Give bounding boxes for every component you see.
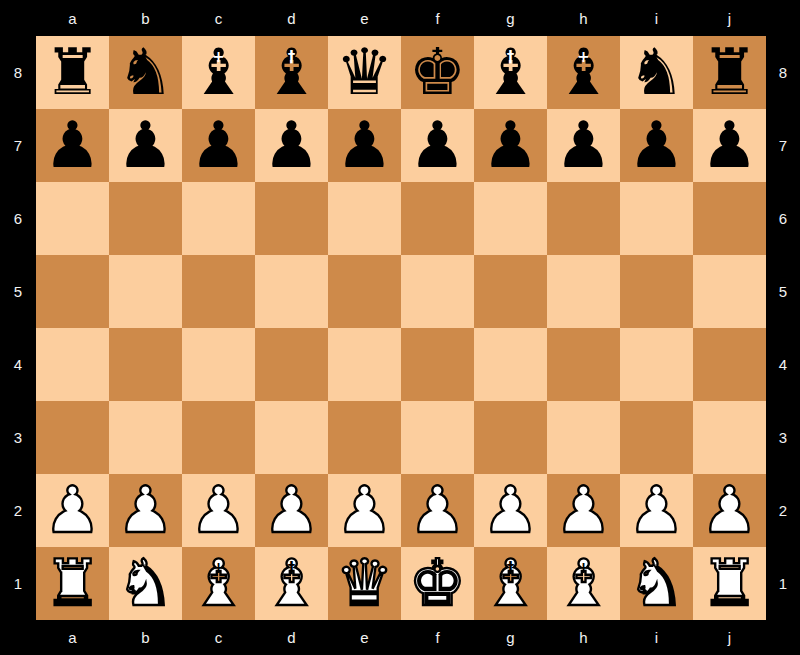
piece-black-knight: ♞ [628,40,685,104]
rank-label-1: 1 [0,547,36,620]
square-d6[interactable] [255,182,328,255]
square-g3[interactable] [474,401,547,474]
square-g7[interactable]: ♟ [474,109,547,182]
rank-label-1: 1 [766,547,800,620]
square-e2[interactable]: ♟ [328,474,401,547]
square-h1[interactable]: ♝+ [547,547,620,620]
square-f2[interactable]: ♟ [401,474,474,547]
square-i8[interactable]: ♞ [620,36,693,109]
square-h8[interactable]: ♝+ [547,36,620,109]
file-label-h: h [547,0,620,36]
piece-white-bishop-alt: ♝ [263,551,320,615]
rank-label-3: 3 [766,401,800,474]
rank-label-7: 7 [0,109,36,182]
piece-white-pawn: ♟ [263,478,320,542]
file-label-i: i [620,620,693,655]
square-b4[interactable] [109,328,182,401]
piece-black-pawn: ♟ [44,113,101,177]
square-j3[interactable] [693,401,766,474]
file-label-f: f [401,620,474,655]
piece-white-knight: ♞ [628,551,685,615]
piece-black-queen: ♛ [336,40,393,104]
piece-black-bishop: ♝ [555,40,612,104]
square-e4[interactable] [328,328,401,401]
square-i5[interactable] [620,255,693,328]
square-h2[interactable]: ♟ [547,474,620,547]
square-c6[interactable] [182,182,255,255]
piece-black-knight: ♞ [117,40,174,104]
square-a2[interactable]: ♟ [36,474,109,547]
square-d7[interactable]: ♟ [255,109,328,182]
file-label-g: g [474,0,547,36]
square-d2[interactable]: ♟ [255,474,328,547]
square-d4[interactable] [255,328,328,401]
square-c7[interactable]: ♟ [182,109,255,182]
square-a5[interactable] [36,255,109,328]
square-a4[interactable] [36,328,109,401]
piece-black-pawn: ♟ [701,113,758,177]
piece-white-pawn: ♟ [190,478,247,542]
square-f7[interactable]: ♟ [401,109,474,182]
file-labels-bottom: abcdefghij [36,620,766,655]
square-j4[interactable] [693,328,766,401]
square-b6[interactable] [109,182,182,255]
rank-labels-left: 87654321 [0,36,36,620]
square-g4[interactable] [474,328,547,401]
square-b5[interactable] [109,255,182,328]
chessboard: ♜♞♝+♝†♛♚♝†♝+♞♜♟♟♟♟♟♟♟♟♟♟♟♟♟♟♟♟♟♟♟♟♜♞♝+♝†… [36,36,766,620]
square-j1[interactable]: ♜ [693,547,766,620]
square-i4[interactable] [620,328,693,401]
square-i1[interactable]: ♞ [620,547,693,620]
square-c2[interactable]: ♟ [182,474,255,547]
piece-white-bishop: ♝ [190,551,247,615]
square-g1[interactable]: ♝† [474,547,547,620]
piece-white-pawn: ♟ [117,478,174,542]
rank-label-8: 8 [766,36,800,109]
rank-label-5: 5 [766,255,800,328]
square-c1[interactable]: ♝+ [182,547,255,620]
piece-black-pawn: ♟ [555,113,612,177]
square-f4[interactable] [401,328,474,401]
piece-black-pawn: ♟ [263,113,320,177]
piece-white-rook: ♜ [701,551,758,615]
square-h7[interactable]: ♟ [547,109,620,182]
rank-label-3: 3 [0,401,36,474]
square-e6[interactable] [328,182,401,255]
square-b2[interactable]: ♟ [109,474,182,547]
rank-label-8: 8 [0,36,36,109]
square-b8[interactable]: ♞ [109,36,182,109]
square-a3[interactable] [36,401,109,474]
piece-white-king: ♚ [409,551,466,615]
file-label-b: b [109,620,182,655]
square-d1[interactable]: ♝† [255,547,328,620]
piece-white-pawn: ♟ [555,478,612,542]
piece-white-bishop: ♝ [555,551,612,615]
rank-label-5: 5 [0,255,36,328]
rank-label-4: 4 [766,328,800,401]
square-i2[interactable]: ♟ [620,474,693,547]
piece-white-bishop-alt: ♝ [482,551,539,615]
file-label-f: f [401,0,474,36]
square-g5[interactable] [474,255,547,328]
file-label-h: h [547,620,620,655]
square-c3[interactable] [182,401,255,474]
piece-white-pawn: ♟ [44,478,101,542]
square-j2[interactable]: ♟ [693,474,766,547]
piece-white-knight: ♞ [117,551,174,615]
square-c4[interactable] [182,328,255,401]
square-i6[interactable] [620,182,693,255]
piece-black-pawn: ♟ [628,113,685,177]
square-f6[interactable] [401,182,474,255]
piece-white-pawn: ♟ [336,478,393,542]
square-d3[interactable] [255,401,328,474]
square-a8[interactable]: ♜ [36,36,109,109]
square-h6[interactable] [547,182,620,255]
square-e1[interactable]: ♛ [328,547,401,620]
square-b1[interactable]: ♞ [109,547,182,620]
piece-black-pawn: ♟ [482,113,539,177]
square-e7[interactable]: ♟ [328,109,401,182]
square-e3[interactable] [328,401,401,474]
piece-white-rook: ♜ [44,551,101,615]
square-d5[interactable] [255,255,328,328]
square-e5[interactable] [328,255,401,328]
file-label-a: a [36,0,109,36]
piece-black-rook: ♜ [701,40,758,104]
square-a7[interactable]: ♟ [36,109,109,182]
square-e8[interactable]: ♛ [328,36,401,109]
square-j8[interactable]: ♜ [693,36,766,109]
rank-label-4: 4 [0,328,36,401]
file-labels-top: abcdefghij [36,0,766,36]
piece-black-bishop-alt: ♝ [482,40,539,104]
file-label-d: d [255,620,328,655]
square-a1[interactable]: ♜ [36,547,109,620]
file-label-d: d [255,0,328,36]
file-label-c: c [182,0,255,36]
piece-black-pawn: ♟ [190,113,247,177]
file-label-b: b [109,0,182,36]
file-label-j: j [693,0,766,36]
rank-labels-right: 87654321 [766,36,800,620]
piece-white-pawn: ♟ [701,478,758,542]
piece-black-bishop: ♝ [190,40,247,104]
board-frame: abcdefghij 87654321 ♜♞♝+♝†♛♚♝†♝+♞♜♟♟♟♟♟♟… [0,0,800,655]
rank-label-6: 6 [0,182,36,255]
square-h4[interactable] [547,328,620,401]
square-f1[interactable]: ♚ [401,547,474,620]
file-label-c: c [182,620,255,655]
square-i7[interactable]: ♟ [620,109,693,182]
square-d8[interactable]: ♝† [255,36,328,109]
square-h3[interactable] [547,401,620,474]
piece-black-pawn: ♟ [117,113,174,177]
square-f5[interactable] [401,255,474,328]
rank-label-2: 2 [0,474,36,547]
file-label-a: a [36,620,109,655]
square-j7[interactable]: ♟ [693,109,766,182]
file-label-i: i [620,0,693,36]
square-c5[interactable] [182,255,255,328]
file-label-e: e [328,620,401,655]
square-i3[interactable] [620,401,693,474]
file-label-j: j [693,620,766,655]
square-h5[interactable] [547,255,620,328]
piece-black-bishop-alt: ♝ [263,40,320,104]
square-b7[interactable]: ♟ [109,109,182,182]
rank-label-2: 2 [766,474,800,547]
piece-white-pawn: ♟ [482,478,539,542]
piece-white-queen: ♛ [336,551,393,615]
piece-white-pawn: ♟ [628,478,685,542]
square-f3[interactable] [401,401,474,474]
rank-label-6: 6 [766,182,800,255]
file-label-e: e [328,0,401,36]
square-b3[interactable] [109,401,182,474]
square-f8[interactable]: ♚ [401,36,474,109]
square-g6[interactable] [474,182,547,255]
rank-label-7: 7 [766,109,800,182]
piece-black-rook: ♜ [44,40,101,104]
piece-black-pawn: ♟ [336,113,393,177]
piece-black-pawn: ♟ [409,113,466,177]
square-g2[interactable]: ♟ [474,474,547,547]
square-j6[interactable] [693,182,766,255]
square-g8[interactable]: ♝† [474,36,547,109]
square-c8[interactable]: ♝+ [182,36,255,109]
square-j5[interactable] [693,255,766,328]
file-label-g: g [474,620,547,655]
square-a6[interactable] [36,182,109,255]
piece-white-pawn: ♟ [409,478,466,542]
piece-black-king: ♚ [409,40,466,104]
